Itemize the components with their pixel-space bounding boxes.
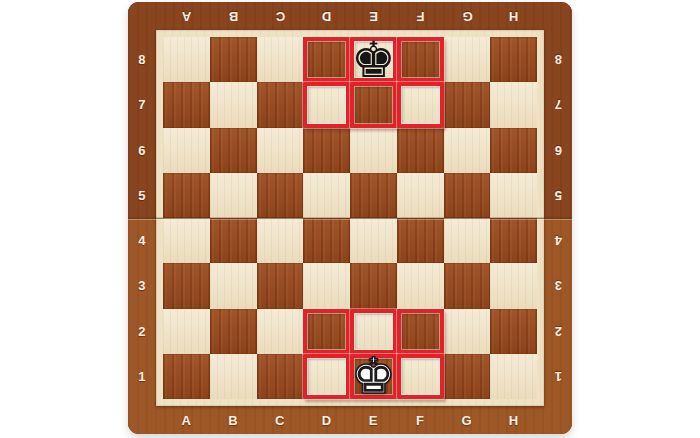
square-b5[interactable] xyxy=(210,173,257,218)
square-d6[interactable] xyxy=(303,128,350,173)
square-b6[interactable] xyxy=(210,128,257,173)
square-h5[interactable] xyxy=(490,173,537,218)
square-a8[interactable] xyxy=(163,37,210,82)
square-g6[interactable] xyxy=(444,128,491,173)
square-d4[interactable] xyxy=(303,218,350,263)
square-c3[interactable] xyxy=(257,263,304,308)
square-e7[interactable] xyxy=(350,82,397,127)
square-b3[interactable] xyxy=(210,263,257,308)
file-label-top-c: C xyxy=(257,2,304,31)
square-e5[interactable] xyxy=(350,173,397,218)
rank-label-left-7: 7 xyxy=(128,82,156,127)
square-e6[interactable] xyxy=(350,128,397,173)
file-label-bottom-b: B xyxy=(210,406,257,434)
highlight-frame-e7 xyxy=(350,82,397,127)
highlight-frame-f2 xyxy=(397,309,444,354)
chess-board: ABCDEFGH ABCDEFGH 87654321 87654321 ♚♚ xyxy=(128,2,572,434)
square-f3[interactable] xyxy=(397,263,444,308)
highlight-frame-d7 xyxy=(303,82,350,127)
highlight-frame-f8 xyxy=(397,37,444,82)
square-d8[interactable] xyxy=(303,37,350,82)
square-d2[interactable] xyxy=(303,309,350,354)
rank-label-right-4: 4 xyxy=(544,218,572,263)
file-label-bottom-f: F xyxy=(397,406,444,434)
rank-label-left-2: 2 xyxy=(128,309,156,354)
highlight-frame-f1 xyxy=(397,354,444,399)
square-a1[interactable] xyxy=(163,354,210,399)
rank-label-left-8: 8 xyxy=(128,37,156,82)
square-g8[interactable] xyxy=(444,37,491,82)
rank-label-right-6: 6 xyxy=(544,128,572,173)
square-f2[interactable] xyxy=(397,309,444,354)
square-a2[interactable] xyxy=(163,309,210,354)
rank-label-right-5: 5 xyxy=(544,173,572,218)
rank-label-right-1: 1 xyxy=(544,354,572,399)
board-fold-seam xyxy=(128,217,572,220)
rank-label-right-8: 8 xyxy=(544,37,572,82)
square-b1[interactable] xyxy=(210,354,257,399)
square-b4[interactable] xyxy=(210,218,257,263)
rank-label-left-5: 5 xyxy=(128,173,156,218)
file-label-top-e: E xyxy=(350,2,397,31)
file-label-top-b: B xyxy=(210,2,257,31)
square-c6[interactable] xyxy=(257,128,304,173)
square-g1[interactable] xyxy=(444,354,491,399)
black-king[interactable]: ♚ xyxy=(351,38,396,82)
square-a7[interactable] xyxy=(163,82,210,127)
square-a3[interactable] xyxy=(163,263,210,308)
square-f5[interactable] xyxy=(397,173,444,218)
square-f4[interactable] xyxy=(397,218,444,263)
square-e4[interactable] xyxy=(350,218,397,263)
file-label-bottom-a: A xyxy=(163,406,210,434)
square-h1[interactable] xyxy=(490,354,537,399)
square-d3[interactable] xyxy=(303,263,350,308)
file-label-top-f: F xyxy=(397,2,444,31)
file-label-top-g: G xyxy=(444,2,491,31)
square-g3[interactable] xyxy=(444,263,491,308)
square-c8[interactable] xyxy=(257,37,304,82)
rank-label-right-2: 2 xyxy=(544,309,572,354)
highlight-frame-d1 xyxy=(303,354,350,399)
square-d5[interactable] xyxy=(303,173,350,218)
square-a4[interactable] xyxy=(163,218,210,263)
square-g5[interactable] xyxy=(444,173,491,218)
square-g7[interactable] xyxy=(444,82,491,127)
rank-label-left-1: 1 xyxy=(128,354,156,399)
square-h8[interactable] xyxy=(490,37,537,82)
file-label-bottom-g: G xyxy=(444,406,491,434)
square-f7[interactable] xyxy=(397,82,444,127)
square-b7[interactable] xyxy=(210,82,257,127)
rank-label-left-3: 3 xyxy=(128,263,156,308)
square-e3[interactable] xyxy=(350,263,397,308)
square-a6[interactable] xyxy=(163,128,210,173)
square-h2[interactable] xyxy=(490,309,537,354)
square-c1[interactable] xyxy=(257,354,304,399)
white-king[interactable]: ♚ xyxy=(351,354,396,398)
square-h3[interactable] xyxy=(490,263,537,308)
file-label-top-h: H xyxy=(490,2,537,31)
square-g4[interactable] xyxy=(444,218,491,263)
file-labels-top: ABCDEFGH xyxy=(163,2,537,31)
file-label-bottom-c: C xyxy=(257,406,304,434)
square-b8[interactable] xyxy=(210,37,257,82)
square-a5[interactable] xyxy=(163,173,210,218)
square-f6[interactable] xyxy=(397,128,444,173)
file-label-top-d: D xyxy=(303,2,350,31)
rank-label-left-4: 4 xyxy=(128,218,156,263)
highlight-frame-f7 xyxy=(397,82,444,127)
square-d7[interactable] xyxy=(303,82,350,127)
square-c5[interactable] xyxy=(257,173,304,218)
square-h7[interactable] xyxy=(490,82,537,127)
rank-label-left-6: 6 xyxy=(128,128,156,173)
square-e1[interactable]: ♚ xyxy=(350,354,397,399)
square-c7[interactable] xyxy=(257,82,304,127)
square-h4[interactable] xyxy=(490,218,537,263)
square-b2[interactable] xyxy=(210,309,257,354)
square-f8[interactable] xyxy=(397,37,444,82)
file-label-top-a: A xyxy=(163,2,210,31)
square-g2[interactable] xyxy=(444,309,491,354)
file-label-bottom-e: E xyxy=(350,406,397,434)
file-label-bottom-h: H xyxy=(490,406,537,434)
square-d1[interactable] xyxy=(303,354,350,399)
file-label-bottom-d: D xyxy=(303,406,350,434)
highlight-frame-d8 xyxy=(303,37,350,82)
file-labels-bottom: ABCDEFGH xyxy=(163,406,537,434)
square-c2[interactable] xyxy=(257,309,304,354)
square-f1[interactable] xyxy=(397,354,444,399)
square-c4[interactable] xyxy=(257,218,304,263)
rank-label-right-3: 3 xyxy=(544,263,572,308)
square-e8[interactable]: ♚ xyxy=(350,37,397,82)
highlight-frame-d2 xyxy=(303,309,350,354)
square-h6[interactable] xyxy=(490,128,537,173)
rank-label-right-7: 7 xyxy=(544,82,572,127)
